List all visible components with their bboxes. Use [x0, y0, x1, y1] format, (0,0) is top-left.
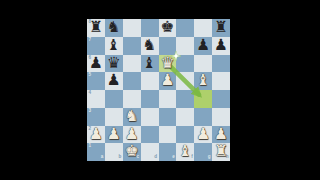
piece-black-pawn-g7[interactable]: ♟	[196, 38, 210, 54]
square-a5[interactable]: 5	[87, 72, 105, 90]
square-b3[interactable]	[105, 108, 123, 126]
square-e5[interactable]: ♟	[159, 72, 177, 90]
square-f2[interactable]	[176, 126, 194, 144]
coordinate-rank-label: 7	[89, 38, 92, 43]
square-h5[interactable]	[212, 72, 230, 90]
square-a1[interactable]: 1a	[87, 143, 105, 161]
square-d7[interactable]: ♞	[141, 37, 159, 55]
square-b4[interactable]	[105, 90, 123, 108]
square-a8[interactable]: 8♜	[87, 19, 105, 37]
square-g3[interactable]	[194, 108, 212, 126]
square-b5[interactable]: ♟	[105, 72, 123, 90]
piece-white-queen-e6[interactable]: ♛	[160, 56, 174, 72]
square-a6[interactable]: 6♟	[87, 55, 105, 73]
square-e1[interactable]: e	[159, 143, 177, 161]
piece-black-pawn-a6[interactable]: ♟	[89, 56, 103, 72]
square-a7[interactable]: 7	[87, 37, 105, 55]
piece-black-rook-h8[interactable]: ♜	[214, 20, 228, 36]
piece-white-bishop-f1[interactable]: ♝	[178, 144, 192, 160]
coordinate-file-label: e	[172, 155, 175, 160]
square-c6[interactable]	[123, 55, 141, 73]
coordinate-file-label: d	[154, 155, 157, 160]
piece-black-queen-b6[interactable]: ♛	[107, 56, 121, 72]
square-h4[interactable]	[212, 90, 230, 108]
square-d3[interactable]	[141, 108, 159, 126]
piece-black-pawn-b5[interactable]: ♟	[107, 73, 121, 89]
square-d1[interactable]: d	[141, 143, 159, 161]
square-e6[interactable]: ♛	[159, 55, 177, 73]
square-d5[interactable]	[141, 72, 159, 90]
video-frame: 8♜♞♚♜7♝♞♟♟6♟♛♝♛5♟♟♝43♞2♟♟♟♟♟1abc♚def♝gh♜	[0, 0, 320, 180]
piece-black-king-e8[interactable]: ♚	[160, 20, 174, 36]
coordinate-rank-label: 3	[89, 109, 92, 114]
square-c2[interactable]: ♟	[123, 126, 141, 144]
square-h3[interactable]	[212, 108, 230, 126]
square-e3[interactable]	[159, 108, 177, 126]
piece-black-pawn-h7[interactable]: ♟	[214, 38, 228, 54]
square-g4[interactable]	[194, 90, 212, 108]
piece-white-pawn-b2[interactable]: ♟	[107, 127, 121, 143]
square-g2[interactable]: ♟	[194, 126, 212, 144]
piece-black-bishop-d6[interactable]: ♝	[143, 56, 157, 72]
piece-white-pawn-g2[interactable]: ♟	[196, 127, 210, 143]
square-f6[interactable]	[176, 55, 194, 73]
square-h7[interactable]: ♟	[212, 37, 230, 55]
square-b8[interactable]: ♞	[105, 19, 123, 37]
piece-white-bishop-g5[interactable]: ♝	[196, 73, 210, 89]
piece-white-pawn-c2[interactable]: ♟	[125, 127, 139, 143]
square-a4[interactable]: 4	[87, 90, 105, 108]
square-d4[interactable]	[141, 90, 159, 108]
square-f4[interactable]	[176, 90, 194, 108]
coordinate-rank-label: 4	[89, 91, 92, 96]
piece-white-rook-h1[interactable]: ♜	[214, 144, 228, 160]
square-a2[interactable]: 2♟	[87, 126, 105, 144]
piece-white-pawn-h2[interactable]: ♟	[214, 127, 228, 143]
coordinate-rank-label: 5	[89, 73, 92, 78]
square-h8[interactable]: ♜	[212, 19, 230, 37]
square-c3[interactable]: ♞	[123, 108, 141, 126]
coordinate-file-label: a	[101, 155, 104, 160]
piece-black-knight-d7[interactable]: ♞	[143, 38, 157, 54]
square-e7[interactable]	[159, 37, 177, 55]
piece-white-pawn-e5[interactable]: ♟	[160, 73, 174, 89]
piece-black-bishop-b7[interactable]: ♝	[107, 38, 121, 54]
square-c1[interactable]: c♚	[123, 143, 141, 161]
square-f5[interactable]	[176, 72, 194, 90]
square-b2[interactable]: ♟	[105, 126, 123, 144]
square-g1[interactable]: g	[194, 143, 212, 161]
square-g5[interactable]: ♝	[194, 72, 212, 90]
coordinate-file-label: b	[118, 155, 121, 160]
square-d2[interactable]	[141, 126, 159, 144]
square-b1[interactable]: b	[105, 143, 123, 161]
piece-white-knight-c3[interactable]: ♞	[125, 109, 139, 125]
square-f7[interactable]	[176, 37, 194, 55]
square-f1[interactable]: f♝	[176, 143, 194, 161]
square-b7[interactable]: ♝	[105, 37, 123, 55]
square-d6[interactable]: ♝	[141, 55, 159, 73]
square-a3[interactable]: 3	[87, 108, 105, 126]
square-f8[interactable]	[176, 19, 194, 37]
square-e8[interactable]: ♚	[159, 19, 177, 37]
square-h6[interactable]	[212, 55, 230, 73]
square-g7[interactable]: ♟	[194, 37, 212, 55]
square-g6[interactable]	[194, 55, 212, 73]
square-c7[interactable]	[123, 37, 141, 55]
square-d8[interactable]	[141, 19, 159, 37]
piece-white-pawn-a2[interactable]: ♟	[89, 127, 103, 143]
square-c4[interactable]	[123, 90, 141, 108]
chess-board[interactable]: 8♜♞♚♜7♝♞♟♟6♟♛♝♛5♟♟♝43♞2♟♟♟♟♟1abc♚def♝gh♜	[87, 19, 230, 161]
square-c5[interactable]	[123, 72, 141, 90]
coordinate-file-label: g	[208, 155, 211, 160]
square-c8[interactable]	[123, 19, 141, 37]
square-e4[interactable]	[159, 90, 177, 108]
piece-white-king-c1[interactable]: ♚	[125, 144, 139, 160]
piece-black-knight-b8[interactable]: ♞	[107, 20, 121, 36]
piece-black-rook-a8[interactable]: ♜	[89, 20, 103, 36]
square-e2[interactable]	[159, 126, 177, 144]
square-f3[interactable]	[176, 108, 194, 126]
coordinate-rank-label: 1	[89, 144, 92, 149]
square-h1[interactable]: h♜	[212, 143, 230, 161]
square-g8[interactable]	[194, 19, 212, 37]
square-b6[interactable]: ♛	[105, 55, 123, 73]
square-h2[interactable]: ♟	[212, 126, 230, 144]
